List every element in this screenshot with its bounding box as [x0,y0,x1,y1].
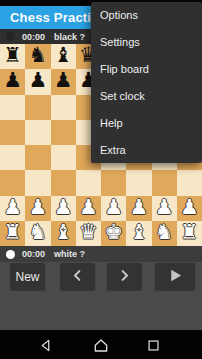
home-icon[interactable] [94,338,108,352]
square-c5[interactable] [51,120,76,145]
white-bishop: ♝ [54,222,73,243]
white-pawn: ♟ [28,197,47,218]
white-rook: ♜ [3,222,22,243]
square-h1[interactable]: ♜ [177,221,202,246]
square-b3[interactable] [25,170,50,195]
square-e1[interactable]: ♚ [101,221,126,246]
square-b5[interactable] [25,120,50,145]
square-g3[interactable] [152,170,177,195]
square-c1[interactable]: ♝ [51,221,76,246]
options-menu: Options Settings Flip board Set clock He… [91,2,202,163]
menu-item-set-clock[interactable]: Set clock [91,82,202,109]
square-f3[interactable] [126,170,151,195]
square-a4[interactable] [0,145,25,170]
menu-item-flip-board[interactable]: Flip board [91,56,202,83]
square-e3[interactable] [101,170,126,195]
square-a3[interactable] [0,170,25,195]
square-a8[interactable]: ♜ [0,44,25,69]
square-d1[interactable]: ♛ [76,221,101,246]
white-knight: ♞ [155,222,174,243]
square-b8[interactable]: ♞ [25,44,50,69]
black-rook: ♜ [3,45,22,66]
square-b2[interactable]: ♟ [25,196,50,221]
black-turn-indicator [6,32,15,41]
white-knight: ♞ [28,222,47,243]
square-c2[interactable]: ♟ [51,196,76,221]
android-nav-bar [0,330,202,359]
chevron-left-icon [70,268,85,286]
back-icon[interactable] [38,338,52,352]
next-move-button[interactable] [107,263,142,290]
black-player-label: black ? [54,32,85,42]
white-queen: ♛ [79,222,98,243]
white-king: ♚ [104,222,123,243]
white-bishop: ♝ [129,222,148,243]
square-e2[interactable]: ♟ [101,196,126,221]
square-a2[interactable]: ♟ [0,196,25,221]
white-clock-time: 00:00 [22,249,45,259]
controls-panel: New [0,262,202,330]
square-g2[interactable]: ♟ [152,196,177,221]
square-c6[interactable] [51,95,76,120]
square-a7[interactable]: ♟ [0,69,25,94]
square-a6[interactable] [0,95,25,120]
square-c4[interactable] [51,145,76,170]
square-h2[interactable]: ♟ [177,196,202,221]
black-clock-time: 00:00 [22,32,45,42]
square-c3[interactable] [51,170,76,195]
black-pawn: ♟ [28,70,47,91]
square-d2[interactable]: ♟ [76,196,101,221]
chess-practice-app: Chess Practice 00:00 black ? ♜♞♝♛♚♝♞♜♟♟♟… [0,0,202,359]
black-pawn: ♟ [3,70,22,91]
white-pawn: ♟ [54,197,73,218]
prev-move-button[interactable] [60,263,95,290]
square-f1[interactable]: ♝ [126,221,151,246]
square-f2[interactable]: ♟ [126,196,151,221]
white-player-label: white ? [54,249,85,259]
menu-item-extra[interactable]: Extra [91,136,202,163]
square-c7[interactable]: ♟ [51,69,76,94]
menu-item-options[interactable]: Options [91,2,202,29]
black-knight: ♞ [28,45,47,66]
square-g1[interactable]: ♞ [152,221,177,246]
square-c8[interactable]: ♝ [51,44,76,69]
black-bishop: ♝ [54,45,73,66]
white-pawn: ♟ [180,197,199,218]
menu-item-settings[interactable]: Settings [91,29,202,56]
white-pawn: ♟ [155,197,174,218]
play-button[interactable] [155,263,195,290]
black-pawn: ♟ [54,70,73,91]
white-pawn: ♟ [3,197,22,218]
square-a1[interactable]: ♜ [0,221,25,246]
new-game-button[interactable]: New [10,263,45,290]
white-turn-indicator [6,250,15,259]
square-b7[interactable]: ♟ [25,69,50,94]
play-icon [167,267,184,287]
square-b6[interactable] [25,95,50,120]
white-clock-row: 00:00 white ? [0,246,202,262]
menu-item-help[interactable]: Help [91,109,202,136]
white-pawn: ♟ [104,197,123,218]
recents-icon[interactable] [146,338,160,352]
white-rook: ♜ [180,222,199,243]
square-h3[interactable] [177,170,202,195]
white-pawn: ♟ [79,197,98,218]
square-a5[interactable] [0,120,25,145]
chevron-right-icon [117,268,132,286]
square-b1[interactable]: ♞ [25,221,50,246]
square-d3[interactable] [76,170,101,195]
white-pawn: ♟ [129,197,148,218]
square-b4[interactable] [25,145,50,170]
